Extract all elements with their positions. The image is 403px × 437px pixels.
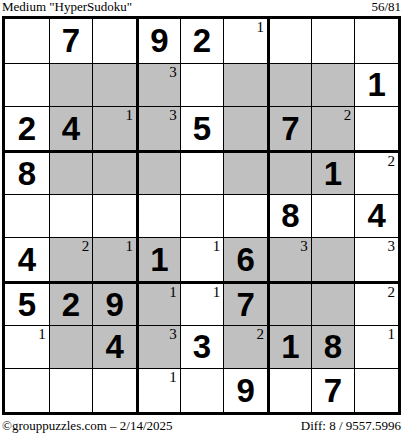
cell-r3c9[interactable] bbox=[354, 106, 398, 150]
cell-r5c9[interactable]: 4 bbox=[354, 194, 398, 238]
cell-r6c7[interactable]: 3 bbox=[267, 237, 311, 281]
cell-r3c3[interactable]: 1 bbox=[92, 106, 136, 150]
cell-r3c4[interactable]: 3 bbox=[136, 106, 180, 150]
given-digit: 4 bbox=[105, 330, 123, 363]
cell-r4c1[interactable]: 8 bbox=[5, 150, 49, 194]
cell-r5c8[interactable] bbox=[311, 194, 355, 238]
cell-r6c2[interactable]: 2 bbox=[49, 237, 93, 281]
cell-r7c7[interactable] bbox=[267, 281, 311, 325]
cell-r7c8[interactable] bbox=[311, 281, 355, 325]
cell-r6c9[interactable]: 3 bbox=[354, 237, 398, 281]
cell-r5c1[interactable] bbox=[5, 194, 49, 238]
cell-r1c5[interactable]: 2 bbox=[180, 19, 224, 63]
cell-r6c3[interactable]: 1 bbox=[92, 237, 136, 281]
given-digit: 4 bbox=[367, 199, 385, 232]
cell-r3c7[interactable]: 7 bbox=[267, 106, 311, 150]
cell-r2c9[interactable]: 1 bbox=[354, 63, 398, 107]
cell-r7c5[interactable]: 1 bbox=[180, 281, 224, 325]
cell-r4c6[interactable] bbox=[223, 150, 267, 194]
cell-r6c1[interactable]: 4 bbox=[5, 237, 49, 281]
corner-mark: 2 bbox=[257, 326, 265, 342]
given-digit: 9 bbox=[105, 288, 123, 321]
given-digit: 9 bbox=[236, 374, 254, 407]
given-digit: 2 bbox=[62, 288, 80, 321]
corner-mark: 1 bbox=[38, 326, 46, 342]
corner-mark: 3 bbox=[169, 64, 177, 80]
cell-r2c8[interactable] bbox=[311, 63, 355, 107]
cell-r1c8[interactable] bbox=[311, 19, 355, 63]
given-digit: 7 bbox=[324, 374, 342, 407]
cell-r8c4[interactable]: 3 bbox=[136, 325, 180, 369]
cell-r8c3[interactable]: 4 bbox=[92, 325, 136, 369]
cell-r7c4[interactable]: 1 bbox=[136, 281, 180, 325]
cell-r6c6[interactable]: 6 bbox=[223, 237, 267, 281]
corner-mark: 3 bbox=[169, 326, 177, 342]
corner-mark: 2 bbox=[344, 107, 352, 123]
cell-r6c8[interactable] bbox=[311, 237, 355, 281]
corner-mark: 3 bbox=[388, 238, 396, 254]
given-digit: 9 bbox=[150, 24, 168, 57]
sudoku-board: 7921312413572812844211163352911721433218… bbox=[2, 16, 401, 415]
corner-mark: 2 bbox=[82, 238, 90, 254]
cell-r4c4[interactable] bbox=[136, 150, 180, 194]
given-digit: 8 bbox=[18, 157, 36, 190]
cell-r3c8[interactable]: 2 bbox=[311, 106, 355, 150]
cell-r5c5[interactable] bbox=[180, 194, 224, 238]
cell-r4c8[interactable]: 1 bbox=[311, 150, 355, 194]
given-digit: 6 bbox=[236, 243, 254, 276]
corner-mark: 1 bbox=[126, 107, 134, 123]
corner-mark: 2 bbox=[388, 284, 396, 300]
cell-r4c2[interactable] bbox=[49, 150, 93, 194]
given-digit: 4 bbox=[62, 112, 80, 145]
cell-r5c3[interactable] bbox=[92, 194, 136, 238]
cell-r2c7[interactable] bbox=[267, 63, 311, 107]
cell-r7c3[interactable]: 9 bbox=[92, 281, 136, 325]
cell-r5c4[interactable] bbox=[136, 194, 180, 238]
given-digit: 2 bbox=[193, 24, 211, 57]
cell-r5c2[interactable] bbox=[49, 194, 93, 238]
cell-r7c9[interactable]: 2 bbox=[354, 281, 398, 325]
copyright-text: ©grouppuzzles.com – 2/14/2025 bbox=[2, 418, 173, 433]
given-digit: 7 bbox=[281, 112, 299, 145]
cell-r8c9[interactable]: 1 bbox=[354, 325, 398, 369]
cell-r5c7[interactable]: 8 bbox=[267, 194, 311, 238]
cell-r8c2[interactable] bbox=[49, 325, 93, 369]
cell-r6c4[interactable]: 1 bbox=[136, 237, 180, 281]
cell-r8c6[interactable]: 2 bbox=[223, 325, 267, 369]
given-digit: 4 bbox=[18, 243, 36, 276]
cell-r6c5[interactable]: 1 bbox=[180, 237, 224, 281]
cell-r1c1[interactable] bbox=[5, 19, 49, 63]
cell-r9c3[interactable] bbox=[92, 368, 136, 412]
given-digit: 2 bbox=[18, 112, 36, 145]
cell-r1c3[interactable] bbox=[92, 19, 136, 63]
cell-r3c6[interactable] bbox=[223, 106, 267, 150]
cell-r9c1[interactable] bbox=[5, 368, 49, 412]
cell-r2c4[interactable]: 3 bbox=[136, 63, 180, 107]
cell-r2c6[interactable] bbox=[223, 63, 267, 107]
given-digit: 5 bbox=[18, 288, 36, 321]
given-digit: 7 bbox=[236, 288, 254, 321]
cell-r3c2[interactable]: 4 bbox=[49, 106, 93, 150]
corner-mark: 1 bbox=[388, 326, 396, 342]
empty-cell-counter: 56/81 bbox=[371, 0, 401, 14]
given-digit: 1 bbox=[324, 157, 342, 190]
corner-mark: 1 bbox=[126, 238, 134, 254]
cell-r9c5[interactable] bbox=[180, 368, 224, 412]
cell-r3c5[interactable]: 5 bbox=[180, 106, 224, 150]
cell-r2c5[interactable] bbox=[180, 63, 224, 107]
cell-r8c1[interactable]: 1 bbox=[5, 325, 49, 369]
corner-mark: 1 bbox=[213, 284, 221, 300]
corner-mark: 3 bbox=[169, 107, 177, 123]
cell-r3c1[interactable]: 2 bbox=[5, 106, 49, 150]
cell-r1c2[interactable]: 7 bbox=[49, 19, 93, 63]
given-digit: 1 bbox=[367, 68, 385, 101]
given-digit: 8 bbox=[281, 199, 299, 232]
cell-r4c3[interactable] bbox=[92, 150, 136, 194]
cell-r8c8[interactable]: 8 bbox=[311, 325, 355, 369]
cell-r9c2[interactable] bbox=[49, 368, 93, 412]
cell-r1c4[interactable]: 9 bbox=[136, 19, 180, 63]
cell-r1c7[interactable] bbox=[267, 19, 311, 63]
corner-mark: 3 bbox=[300, 238, 308, 254]
cell-r9c8[interactable]: 7 bbox=[311, 368, 355, 412]
cell-r1c6[interactable]: 1 bbox=[223, 19, 267, 63]
cell-r9c9[interactable] bbox=[354, 368, 398, 412]
header: Medium "HyperSudoku" 56/81 bbox=[2, 0, 401, 14]
cell-r9c7[interactable] bbox=[267, 368, 311, 412]
cell-r5c6[interactable] bbox=[223, 194, 267, 238]
corner-mark: 1 bbox=[213, 238, 221, 254]
given-digit: 1 bbox=[150, 243, 168, 276]
cell-r7c2[interactable]: 2 bbox=[49, 281, 93, 325]
cell-r4c7[interactable] bbox=[267, 150, 311, 194]
cell-r9c6[interactable]: 9 bbox=[223, 368, 267, 412]
given-digit: 3 bbox=[193, 330, 211, 363]
given-digit: 5 bbox=[193, 112, 211, 145]
given-digit: 7 bbox=[62, 24, 80, 57]
cell-r4c9[interactable]: 2 bbox=[354, 150, 398, 194]
given-digit: 8 bbox=[324, 330, 342, 363]
corner-mark: 2 bbox=[388, 153, 396, 169]
footer: ©grouppuzzles.com – 2/14/2025 Diff: 8 / … bbox=[2, 418, 401, 433]
cell-r1c9[interactable] bbox=[354, 19, 398, 63]
corner-mark: 1 bbox=[257, 19, 265, 35]
given-digit: 1 bbox=[281, 330, 299, 363]
cell-r2c2[interactable] bbox=[49, 63, 93, 107]
cell-r2c3[interactable] bbox=[92, 63, 136, 107]
cell-r4c5[interactable] bbox=[180, 150, 224, 194]
cell-r8c7[interactable]: 1 bbox=[267, 325, 311, 369]
cell-r8c5[interactable]: 3 bbox=[180, 325, 224, 369]
corner-mark: 1 bbox=[169, 369, 177, 385]
corner-mark: 1 bbox=[169, 284, 177, 300]
cell-r7c1[interactable]: 5 bbox=[5, 281, 49, 325]
cell-r2c1[interactable] bbox=[5, 63, 49, 107]
cell-r7c6[interactable]: 7 bbox=[223, 281, 267, 325]
difficulty-text: Diff: 8 / 9557.5996 bbox=[301, 418, 401, 433]
puzzle-title: Medium "HyperSudoku" bbox=[2, 0, 132, 14]
cell-r9c4[interactable]: 1 bbox=[136, 368, 180, 412]
